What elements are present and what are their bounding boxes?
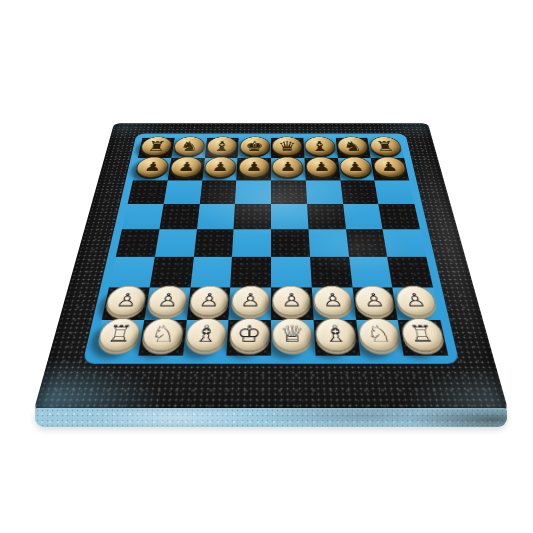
square-g8[interactable]: ♞ <box>335 138 371 158</box>
square-a2[interactable]: ♙ <box>102 287 150 320</box>
piece-black-pawn[interactable]: ♟ <box>305 157 338 177</box>
square-c3[interactable] <box>190 257 232 287</box>
king-glyph: ♔ <box>237 323 262 346</box>
square-g5[interactable] <box>343 204 383 230</box>
pawn-glyph: ♙ <box>322 291 344 309</box>
square-d7[interactable]: ♟ <box>236 158 271 180</box>
square-e3[interactable] <box>271 257 311 287</box>
square-f1[interactable]: ♗ <box>313 320 359 356</box>
square-h6[interactable] <box>375 180 415 204</box>
piece-black-pawn[interactable]: ♟ <box>272 157 304 177</box>
piece-white-pawn[interactable]: ♙ <box>353 285 396 315</box>
bishop-glyph: ♗ <box>323 323 350 346</box>
square-h8[interactable]: ♜ <box>367 138 404 158</box>
knight-glyph: ♞ <box>342 140 362 153</box>
square-d6[interactable] <box>235 180 271 204</box>
square-g1[interactable]: ♘ <box>356 320 404 356</box>
chess-board: ♜♞♝♚♛♝♞♜♟♟♟♟♟♟♟♟♙♙♙♙♙♙♙♙♖♘♗♔♕♗♘♖ <box>33 123 508 412</box>
square-a7[interactable]: ♟ <box>133 158 171 180</box>
pawn-glyph: ♟ <box>177 161 196 173</box>
piece-white-king[interactable]: ♔ <box>228 318 269 351</box>
square-a8[interactable]: ♜ <box>138 138 175 158</box>
square-c4[interactable] <box>193 229 233 257</box>
piece-black-pawn[interactable]: ♟ <box>169 157 203 177</box>
square-b3[interactable] <box>150 257 194 287</box>
piece-white-rook[interactable]: ♖ <box>399 318 446 351</box>
square-h7[interactable]: ♟ <box>371 158 409 180</box>
square-e2[interactable]: ♙ <box>271 287 313 320</box>
square-d5[interactable] <box>234 204 271 230</box>
square-b6[interactable] <box>163 180 201 204</box>
pawn-glyph: ♟ <box>313 161 331 173</box>
square-g2[interactable]: ♙ <box>352 287 398 320</box>
bishop-glyph: ♗ <box>193 323 220 346</box>
pawn-glyph: ♟ <box>346 161 365 173</box>
square-g3[interactable] <box>349 257 393 287</box>
square-b1[interactable]: ♘ <box>138 320 186 356</box>
pawn-glyph: ♙ <box>198 291 220 309</box>
square-c8[interactable]: ♝ <box>204 138 238 158</box>
pawn-glyph: ♟ <box>245 161 262 173</box>
square-c6[interactable] <box>199 180 236 204</box>
pawn-glyph: ♙ <box>240 291 261 309</box>
square-b2[interactable]: ♙ <box>144 287 190 320</box>
square-f8[interactable]: ♝ <box>303 138 337 158</box>
square-b8[interactable]: ♞ <box>171 138 207 158</box>
square-h5[interactable] <box>379 204 421 230</box>
piece-white-pawn[interactable]: ♙ <box>104 285 148 315</box>
square-c7[interactable]: ♟ <box>202 158 238 180</box>
square-g4[interactable] <box>346 229 388 257</box>
pawn-glyph: ♙ <box>156 291 179 309</box>
square-e1[interactable]: ♕ <box>271 320 315 356</box>
square-d8[interactable]: ♚ <box>238 138 271 158</box>
square-d3[interactable] <box>231 257 271 287</box>
piece-white-queen[interactable]: ♕ <box>272 318 313 351</box>
pawn-glyph: ♙ <box>281 291 302 309</box>
square-c5[interactable] <box>196 204 235 230</box>
piece-black-pawn[interactable]: ♟ <box>238 157 270 177</box>
piece-black-pawn[interactable]: ♟ <box>372 157 408 177</box>
square-d2[interactable]: ♙ <box>229 287 271 320</box>
piece-black-pawn[interactable]: ♟ <box>339 157 373 177</box>
photo-stage: ♜♞♝♚♛♝♞♜♟♟♟♟♟♟♟♟♙♙♙♙♙♙♙♙♖♘♗♔♕♗♘♖ <box>0 0 533 533</box>
square-f2[interactable]: ♙ <box>311 287 355 320</box>
pawn-glyph: ♙ <box>403 291 427 309</box>
square-a4[interactable] <box>116 229 159 257</box>
square-a5[interactable] <box>122 204 164 230</box>
square-e6[interactable] <box>271 180 307 204</box>
board-border: ♜♞♝♚♛♝♞♜♟♟♟♟♟♟♟♟♙♙♙♙♙♙♙♙♖♘♗♔♕♗♘♖ <box>33 123 508 412</box>
square-d4[interactable] <box>232 229 271 257</box>
square-e5[interactable] <box>271 204 308 230</box>
board-grid: ♜♞♝♚♛♝♞♜♟♟♟♟♟♟♟♟♙♙♙♙♙♙♙♙♖♘♗♔♕♗♘♖ <box>94 138 449 356</box>
square-g7[interactable]: ♟ <box>338 158 375 180</box>
piece-white-rook[interactable]: ♖ <box>96 318 143 351</box>
piece-white-bishop[interactable]: ♗ <box>184 318 227 351</box>
queen-glyph: ♕ <box>280 323 305 346</box>
rook-glyph: ♖ <box>408 323 437 346</box>
square-f6[interactable] <box>306 180 343 204</box>
pawn-glyph: ♟ <box>143 161 162 173</box>
square-c1[interactable]: ♗ <box>182 320 228 356</box>
knight-glyph: ♘ <box>149 323 177 346</box>
square-h1[interactable]: ♖ <box>398 320 448 356</box>
board-field: ♜♞♝♚♛♝♞♜♟♟♟♟♟♟♟♟♙♙♙♙♙♙♙♙♖♘♗♔♕♗♘♖ <box>82 134 459 364</box>
piece-white-pawn[interactable]: ♙ <box>188 285 229 315</box>
square-a3[interactable] <box>109 257 155 287</box>
piece-black-rook[interactable]: ♜ <box>140 137 174 156</box>
piece-white-pawn[interactable]: ♙ <box>272 285 311 315</box>
rook-glyph: ♖ <box>105 323 134 346</box>
queen-glyph: ♛ <box>278 140 297 153</box>
bishop-glyph: ♝ <box>310 140 330 153</box>
pawn-glyph: ♟ <box>211 161 229 173</box>
bishop-glyph: ♝ <box>212 140 232 153</box>
square-h4[interactable] <box>383 229 426 257</box>
rook-glyph: ♜ <box>375 140 396 153</box>
piece-black-pawn[interactable]: ♟ <box>135 157 171 177</box>
square-b4[interactable] <box>155 229 197 257</box>
piece-black-queen[interactable]: ♛ <box>272 137 303 156</box>
square-d1[interactable]: ♔ <box>227 320 271 356</box>
square-a1[interactable]: ♖ <box>94 320 144 356</box>
board-front-edge <box>35 408 507 427</box>
king-glyph: ♚ <box>245 140 264 153</box>
square-f5[interactable] <box>307 204 346 230</box>
square-e4[interactable] <box>271 229 310 257</box>
piece-black-bishop[interactable]: ♝ <box>304 137 336 156</box>
pawn-glyph: ♙ <box>114 291 138 309</box>
pawn-glyph: ♟ <box>279 161 296 173</box>
rook-glyph: ♜ <box>146 140 167 153</box>
square-c2[interactable]: ♙ <box>186 287 230 320</box>
piece-black-knight[interactable]: ♞ <box>173 137 206 156</box>
square-b5[interactable] <box>159 204 199 230</box>
piece-white-pawn[interactable]: ♙ <box>230 285 269 315</box>
piece-black-pawn[interactable]: ♟ <box>203 157 236 177</box>
piece-black-bishop[interactable]: ♝ <box>206 137 238 156</box>
knight-glyph: ♘ <box>365 323 393 346</box>
square-f3[interactable] <box>310 257 352 287</box>
square-e7[interactable]: ♟ <box>271 158 306 180</box>
pawn-glyph: ♟ <box>380 161 399 173</box>
square-f4[interactable] <box>308 229 348 257</box>
piece-white-knight[interactable]: ♘ <box>357 318 402 351</box>
square-h3[interactable] <box>387 257 433 287</box>
piece-white-bishop[interactable]: ♗ <box>315 318 358 351</box>
piece-white-pawn[interactable]: ♙ <box>394 285 438 315</box>
square-f7[interactable]: ♟ <box>304 158 340 180</box>
piece-black-king[interactable]: ♚ <box>239 137 270 156</box>
pawn-glyph: ♙ <box>363 291 386 309</box>
piece-white-pawn[interactable]: ♙ <box>146 285 189 315</box>
piece-black-rook[interactable]: ♜ <box>368 137 402 156</box>
knight-glyph: ♞ <box>179 140 199 153</box>
square-e8[interactable]: ♛ <box>271 138 304 158</box>
piece-black-knight[interactable]: ♞ <box>336 137 369 156</box>
square-g6[interactable] <box>340 180 378 204</box>
square-h2[interactable]: ♙ <box>392 287 440 320</box>
piece-white-pawn[interactable]: ♙ <box>313 285 354 315</box>
piece-white-knight[interactable]: ♘ <box>140 318 185 351</box>
square-a6[interactable] <box>128 180 168 204</box>
square-b7[interactable]: ♟ <box>167 158 204 180</box>
